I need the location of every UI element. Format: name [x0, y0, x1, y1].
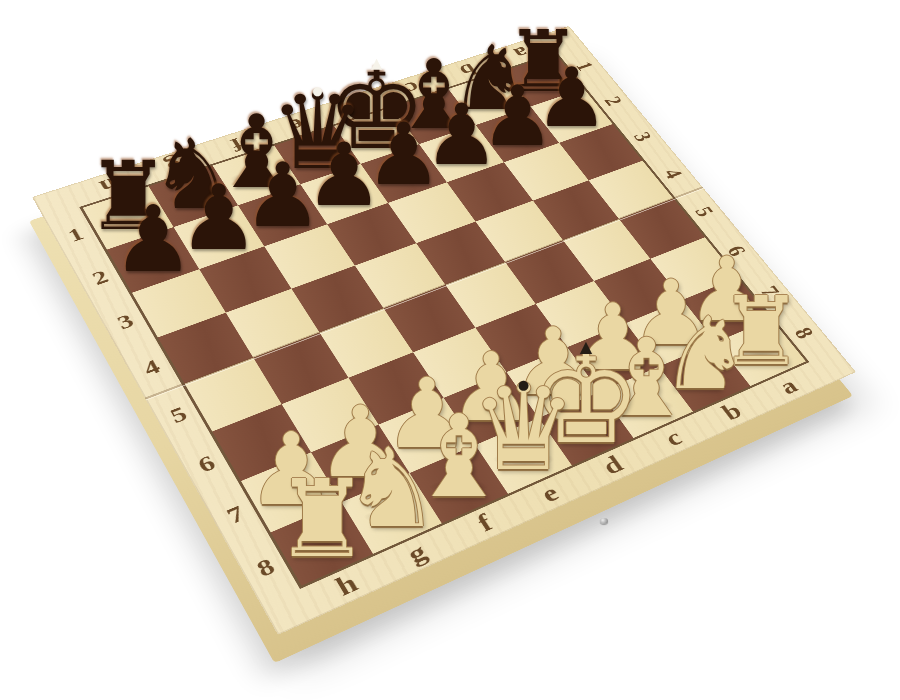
- rank-label-right-4: 4: [658, 166, 687, 182]
- rank-label-left-7: 7: [222, 501, 249, 530]
- rank-label-right-5: 5: [689, 204, 719, 220]
- rank-label-left-6: 6: [193, 450, 219, 478]
- rank-label-right-3: 3: [628, 129, 657, 144]
- rank-label-left-3: 3: [113, 310, 138, 335]
- hinge-pin-icon: [600, 518, 608, 524]
- rank-label-left-1: 1: [64, 223, 88, 246]
- rank-label-left-2: 2: [88, 266, 112, 290]
- rank-label-left-5: 5: [166, 402, 192, 429]
- rank-label-left-4: 4: [139, 355, 164, 381]
- piece-black-pawn-h2[interactable]: ♟: [112, 194, 194, 286]
- piece-white-rook-h8[interactable]: ♜: [274, 466, 370, 573]
- product-photo-stage: 1122334455667788hhggffeeddccbbaa ♜♞♝♛●♚▲…: [0, 0, 900, 700]
